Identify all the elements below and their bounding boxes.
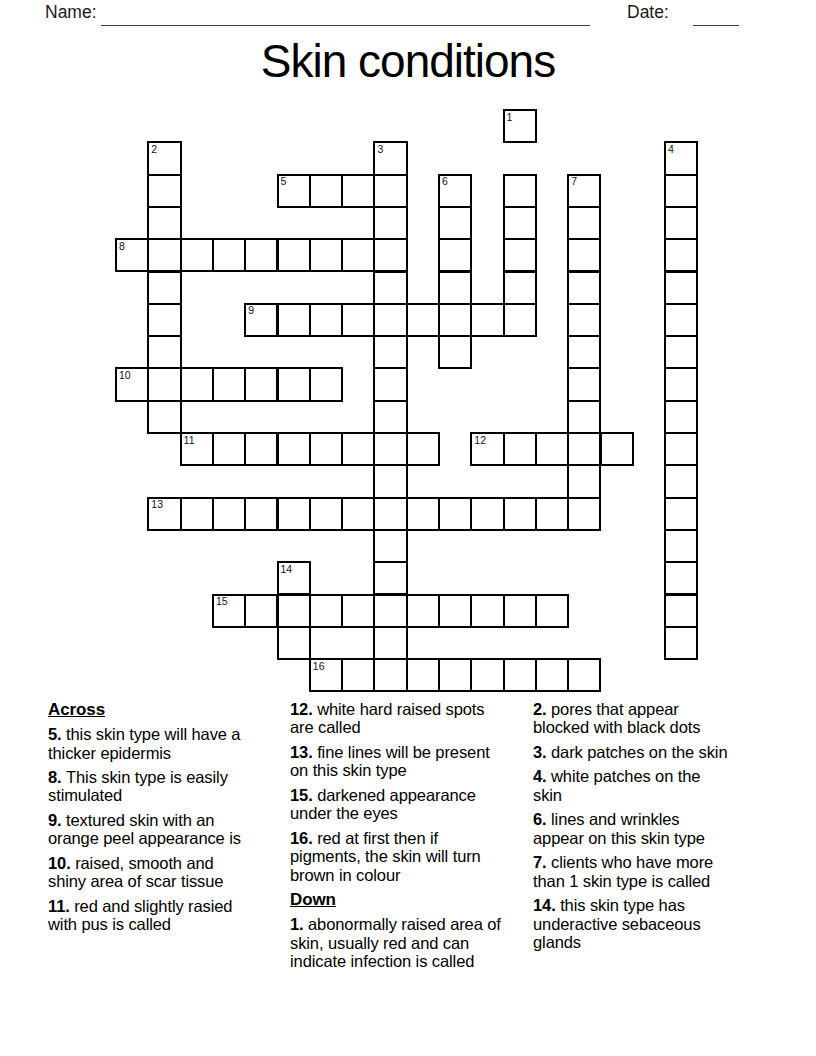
grid-cell[interactable] bbox=[373, 174, 407, 208]
clue-text: raised, smooth and shiny area of scar ti… bbox=[48, 854, 223, 890]
grid-cell[interactable]: 9 bbox=[244, 303, 278, 337]
clue-item-5-across: 5. this skin type will have a thicker ep… bbox=[48, 725, 255, 762]
grid-cell[interactable] bbox=[567, 238, 601, 272]
cell-number: 1 bbox=[507, 112, 513, 124]
clue-text: This skin type is easily stimulated bbox=[48, 768, 228, 804]
cell-number: 11 bbox=[184, 435, 195, 447]
grid-cell[interactable] bbox=[277, 303, 311, 337]
clue-item-12-across: 12. white hard raised spots are called bbox=[290, 700, 503, 737]
grid-cell[interactable] bbox=[664, 432, 698, 466]
clue-item-6-down: 6. lines and wrinkles appear on this ski… bbox=[533, 810, 728, 847]
cell-number: 16 bbox=[313, 661, 325, 673]
cell-number: 15 bbox=[216, 596, 228, 608]
grid-cell[interactable]: 3 bbox=[373, 141, 407, 175]
grid-cell[interactable] bbox=[180, 497, 214, 531]
grid-cell[interactable] bbox=[664, 303, 698, 337]
grid-cell[interactable] bbox=[180, 367, 214, 401]
clue-column-1: Across5. this skin type will have a thic… bbox=[48, 700, 255, 940]
grid-cell[interactable] bbox=[373, 658, 407, 692]
date-blank-line bbox=[693, 8, 739, 26]
clue-item-3-down: 3. dark patches on the skin bbox=[533, 743, 728, 761]
grid-cell[interactable] bbox=[309, 594, 343, 628]
clue-number: 2. bbox=[533, 700, 551, 718]
grid-cell[interactable] bbox=[438, 303, 472, 337]
worksheet-page: Name: Date: Skin conditions 123456789101… bbox=[0, 0, 816, 1056]
across-header: Across bbox=[48, 700, 255, 719]
clue-text: red at first then if pigments, the skin … bbox=[290, 829, 481, 884]
clue-item-9-across: 9. textured skin with an orange peel app… bbox=[48, 811, 255, 848]
cell-number: 3 bbox=[377, 144, 383, 156]
cell-number: 7 bbox=[571, 176, 577, 188]
grid-cell[interactable] bbox=[470, 658, 504, 692]
cell-number: 5 bbox=[281, 176, 287, 188]
grid-cell[interactable] bbox=[664, 497, 698, 531]
grid-cell[interactable]: 6 bbox=[438, 174, 472, 208]
grid-cell[interactable] bbox=[535, 594, 569, 628]
grid-cell[interactable] bbox=[244, 238, 278, 272]
grid-cell[interactable] bbox=[503, 238, 537, 272]
clue-text: lines and wrinkles appear on this skin t… bbox=[533, 810, 705, 846]
grid-cell[interactable] bbox=[373, 335, 407, 369]
grid-cell[interactable] bbox=[664, 271, 698, 305]
grid-cell[interactable] bbox=[664, 594, 698, 628]
grid-cell[interactable]: 16 bbox=[309, 658, 343, 692]
grid-cell[interactable] bbox=[147, 206, 181, 240]
grid-cell[interactable] bbox=[664, 400, 698, 434]
grid-cell[interactable] bbox=[277, 432, 311, 466]
grid-cell[interactable] bbox=[277, 367, 311, 401]
grid-cell[interactable] bbox=[277, 594, 311, 628]
grid-cell[interactable] bbox=[567, 432, 601, 466]
grid-cell[interactable] bbox=[503, 594, 537, 628]
grid-cell[interactable] bbox=[664, 238, 698, 272]
crossword-grid: 12345678910111213141516 bbox=[116, 110, 698, 692]
clue-number: 4. bbox=[533, 767, 551, 785]
grid-cell[interactable] bbox=[244, 497, 278, 531]
grid-cell[interactable]: 15 bbox=[212, 594, 246, 628]
grid-cell[interactable]: 5 bbox=[277, 174, 311, 208]
grid-cell[interactable] bbox=[373, 626, 407, 660]
grid-cell[interactable] bbox=[147, 271, 181, 305]
cell-number: 8 bbox=[119, 241, 125, 253]
clue-item-13-across: 13. fine lines will be present on this s… bbox=[290, 743, 503, 780]
grid-cell[interactable] bbox=[664, 335, 698, 369]
grid-cell[interactable] bbox=[341, 658, 375, 692]
grid-cell[interactable] bbox=[503, 658, 537, 692]
grid-cell[interactable] bbox=[373, 271, 407, 305]
grid-cell[interactable] bbox=[567, 206, 601, 240]
clue-number: 9. bbox=[48, 811, 66, 829]
clue-text: this skin type will have a thicker epide… bbox=[48, 725, 240, 761]
clue-text: red and slightly rasied with pus is call… bbox=[48, 897, 232, 933]
grid-cell[interactable] bbox=[341, 238, 375, 272]
grid-cell[interactable] bbox=[567, 367, 601, 401]
grid-cell[interactable] bbox=[147, 400, 181, 434]
grid-cell[interactable] bbox=[438, 658, 472, 692]
down-header: Down bbox=[290, 890, 503, 909]
grid-cell[interactable] bbox=[373, 367, 407, 401]
clue-text: fine lines will be present on this skin … bbox=[290, 743, 490, 779]
grid-cell[interactable]: 12 bbox=[470, 432, 504, 466]
grid-cell[interactable] bbox=[664, 367, 698, 401]
cell-number: 14 bbox=[281, 564, 293, 576]
clue-item-11-across: 11. red and slightly rasied with pus is … bbox=[48, 897, 255, 934]
clue-text: abonormally raised area of skin, usually… bbox=[290, 915, 501, 970]
grid-cell[interactable]: 10 bbox=[115, 367, 149, 401]
cell-number: 4 bbox=[668, 144, 674, 156]
clue-number: 3. bbox=[533, 743, 551, 761]
clue-number: 11. bbox=[48, 897, 74, 915]
grid-cell[interactable] bbox=[373, 206, 407, 240]
grid-cell[interactable] bbox=[212, 497, 246, 531]
grid-cell[interactable] bbox=[567, 303, 601, 337]
grid-cell[interactable] bbox=[406, 432, 440, 466]
clue-item-16-across: 16. red at first then if pigments, the s… bbox=[290, 829, 503, 884]
clue-text: darkened appearance under the eyes bbox=[290, 786, 476, 822]
grid-cell[interactable] bbox=[664, 464, 698, 498]
grid-cell[interactable] bbox=[373, 529, 407, 563]
grid-cell[interactable] bbox=[664, 529, 698, 563]
grid-cell[interactable] bbox=[438, 594, 472, 628]
grid-cell[interactable] bbox=[341, 174, 375, 208]
grid-cell[interactable] bbox=[664, 561, 698, 595]
grid-cell[interactable] bbox=[309, 303, 343, 337]
clue-number: 5. bbox=[48, 725, 66, 743]
grid-cell[interactable] bbox=[438, 271, 472, 305]
clue-number: 15. bbox=[290, 786, 317, 804]
grid-cell[interactable] bbox=[567, 464, 601, 498]
grid-cell[interactable] bbox=[309, 432, 343, 466]
grid-cell[interactable] bbox=[309, 367, 343, 401]
clue-item-10-across: 10. raised, smooth and shiny area of sca… bbox=[48, 854, 255, 891]
grid-cell[interactable] bbox=[503, 303, 537, 337]
grid-cell[interactable]: 14 bbox=[277, 561, 311, 595]
grid-cell[interactable] bbox=[406, 658, 440, 692]
clue-item-2-down: 2. pores that appear blocked with black … bbox=[533, 700, 728, 737]
clue-item-14-down: 14. this skin type has underactive sebac… bbox=[533, 896, 728, 951]
grid-cell[interactable] bbox=[309, 238, 343, 272]
grid-cell[interactable] bbox=[438, 497, 472, 531]
grid-cell[interactable] bbox=[309, 497, 343, 531]
grid-cell[interactable] bbox=[244, 367, 278, 401]
grid-cell[interactable] bbox=[664, 206, 698, 240]
grid-cell[interactable] bbox=[309, 174, 343, 208]
clue-text: textured skin with an orange peel appear… bbox=[48, 811, 241, 847]
grid-cell[interactable] bbox=[438, 238, 472, 272]
grid-cell[interactable] bbox=[147, 238, 181, 272]
grid-cell[interactable] bbox=[373, 303, 407, 337]
grid-cell[interactable] bbox=[373, 497, 407, 531]
cell-number: 13 bbox=[151, 499, 163, 511]
clue-number: 7. bbox=[533, 853, 551, 871]
grid-cell[interactable] bbox=[535, 432, 569, 466]
grid-cell[interactable] bbox=[341, 432, 375, 466]
grid-cell[interactable]: 4 bbox=[664, 141, 698, 175]
grid-cell[interactable] bbox=[244, 594, 278, 628]
clue-number: 6. bbox=[533, 810, 551, 828]
grid-cell[interactable] bbox=[535, 658, 569, 692]
grid-cell[interactable] bbox=[341, 594, 375, 628]
clue-item-15-across: 15. darkened appearance under the eyes bbox=[290, 786, 503, 823]
grid-cell[interactable] bbox=[212, 367, 246, 401]
clue-item-4-down: 4. white patches on the skin bbox=[533, 767, 728, 804]
clue-text: clients who have more than 1 skin type i… bbox=[533, 853, 713, 889]
grid-cell[interactable] bbox=[600, 432, 634, 466]
grid-cell[interactable] bbox=[373, 594, 407, 628]
grid-cell[interactable] bbox=[535, 497, 569, 531]
grid-cell[interactable] bbox=[212, 238, 246, 272]
clue-column-2: 12. white hard raised spots are called13… bbox=[290, 700, 503, 977]
clue-text: dark patches on the skin bbox=[551, 743, 727, 761]
grid-cell[interactable] bbox=[567, 271, 601, 305]
grid-cell[interactable] bbox=[567, 400, 601, 434]
grid-cell[interactable] bbox=[470, 497, 504, 531]
cell-number: 6 bbox=[442, 176, 448, 188]
grid-cell[interactable] bbox=[277, 238, 311, 272]
name-label: Name: bbox=[45, 2, 97, 23]
cell-number: 9 bbox=[248, 305, 254, 317]
grid-cell[interactable] bbox=[147, 335, 181, 369]
clue-text: white hard raised spots are called bbox=[290, 700, 485, 736]
grid-cell[interactable] bbox=[212, 432, 246, 466]
clue-number: 16. bbox=[290, 829, 317, 847]
cell-number: 12 bbox=[474, 435, 486, 447]
grid-cell[interactable]: 13 bbox=[147, 497, 181, 531]
clue-number: 13. bbox=[290, 743, 317, 761]
clue-item-1-down: 1. abonormally raised area of skin, usua… bbox=[290, 915, 503, 970]
grid-cell[interactable] bbox=[470, 594, 504, 628]
grid-cell[interactable] bbox=[406, 497, 440, 531]
grid-cell[interactable] bbox=[147, 303, 181, 337]
grid-cell[interactable] bbox=[503, 432, 537, 466]
clue-text: white patches on the skin bbox=[533, 767, 700, 803]
grid-cell[interactable] bbox=[438, 335, 472, 369]
clue-text: pores that appear blocked with black dot… bbox=[533, 700, 700, 736]
grid-cell[interactable] bbox=[341, 303, 375, 337]
grid-cell[interactable] bbox=[503, 206, 537, 240]
grid-cell[interactable] bbox=[341, 497, 375, 531]
grid-cell[interactable] bbox=[503, 174, 537, 208]
grid-cell[interactable] bbox=[503, 271, 537, 305]
grid-cell[interactable] bbox=[147, 174, 181, 208]
clue-number: 14. bbox=[533, 896, 560, 914]
grid-cell[interactable] bbox=[373, 238, 407, 272]
grid-cell[interactable] bbox=[470, 303, 504, 337]
grid-cell[interactable] bbox=[567, 658, 601, 692]
grid-cell[interactable] bbox=[147, 367, 181, 401]
clue-column-3: 2. pores that appear blocked with black … bbox=[533, 700, 728, 958]
grid-cell[interactable]: 7 bbox=[567, 174, 601, 208]
grid-cell[interactable] bbox=[567, 497, 601, 531]
grid-cell[interactable] bbox=[180, 238, 214, 272]
grid-cell[interactable]: 8 bbox=[115, 238, 149, 272]
date-label: Date: bbox=[627, 2, 669, 23]
cell-number: 2 bbox=[151, 144, 157, 156]
grid-cell[interactable] bbox=[277, 626, 311, 660]
grid-cell[interactable] bbox=[277, 497, 311, 531]
clue-number: 1. bbox=[290, 915, 308, 933]
cell-number: 10 bbox=[119, 370, 131, 382]
grid-cell[interactable] bbox=[373, 432, 407, 466]
grid-cell[interactable] bbox=[373, 561, 407, 595]
clue-number: 10. bbox=[48, 854, 75, 872]
grid-cell[interactable]: 11 bbox=[180, 432, 214, 466]
grid-cell[interactable] bbox=[406, 303, 440, 337]
page-title: Skin conditions bbox=[0, 36, 816, 87]
clue-item-7-down: 7. clients who have more than 1 skin typ… bbox=[533, 853, 728, 890]
grid-cell[interactable] bbox=[438, 206, 472, 240]
grid-cell[interactable] bbox=[244, 432, 278, 466]
grid-cell[interactable] bbox=[664, 626, 698, 660]
grid-cell[interactable] bbox=[503, 497, 537, 531]
clue-number: 8. bbox=[48, 768, 66, 786]
clue-number: 12. bbox=[290, 700, 317, 718]
grid-cell[interactable]: 1 bbox=[503, 109, 537, 143]
grid-cell[interactable] bbox=[664, 174, 698, 208]
grid-cell[interactable] bbox=[567, 335, 601, 369]
clue-item-8-across: 8. This skin type is easily stimulated bbox=[48, 768, 255, 805]
grid-cell[interactable] bbox=[373, 400, 407, 434]
grid-cell[interactable]: 2 bbox=[147, 141, 181, 175]
grid-cell[interactable] bbox=[406, 594, 440, 628]
grid-cell[interactable] bbox=[373, 464, 407, 498]
name-blank-line bbox=[101, 8, 590, 26]
